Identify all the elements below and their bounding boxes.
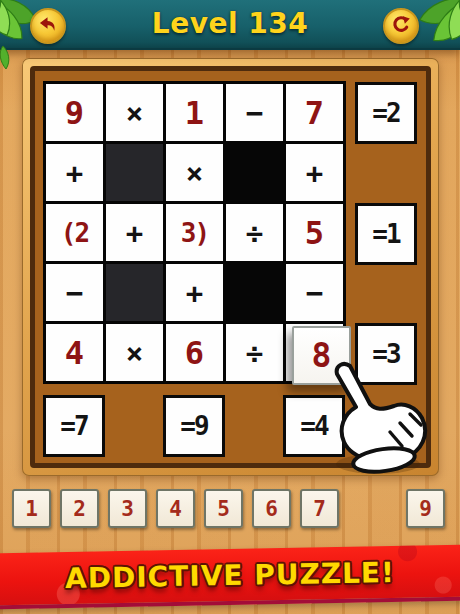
grid-cell-r1c2: × bbox=[106, 84, 163, 141]
grid-cell-r4c5: − bbox=[286, 264, 343, 321]
grid-cell-r1c5: 7 bbox=[286, 84, 343, 141]
tray-tile-1[interactable]: 1 bbox=[12, 489, 51, 528]
tray-tile-4[interactable]: 4 bbox=[156, 489, 195, 528]
dragged-tile-8[interactable]: 8 bbox=[292, 326, 351, 385]
restart-icon bbox=[390, 14, 412, 39]
grid-cell-r2c1: + bbox=[46, 144, 103, 201]
back-arrow-icon bbox=[37, 14, 59, 39]
board-frame: 9 × 1 − 7 + × + (2 + 3) ÷ 5 − + bbox=[22, 58, 439, 476]
grid-cell-r4c2-blocked bbox=[106, 264, 163, 321]
tray-tile-7[interactable]: 7 bbox=[300, 489, 339, 528]
back-button[interactable] bbox=[30, 8, 66, 44]
col3-result: =9 bbox=[163, 395, 225, 457]
tray-tile-3[interactable]: 3 bbox=[108, 489, 147, 528]
grid-cell-r4c4-blocked bbox=[226, 264, 283, 321]
grid-cell-r1c4: − bbox=[226, 84, 283, 141]
grid-cell-r2c2-blocked bbox=[106, 144, 163, 201]
grid-cell-r5c4: ÷ bbox=[226, 324, 283, 381]
tray-tile-9[interactable]: 9 bbox=[406, 489, 445, 528]
grid-cell-r3c4: ÷ bbox=[226, 204, 283, 261]
col5-result: =4 bbox=[283, 395, 345, 457]
grid-cell-r2c3: × bbox=[166, 144, 223, 201]
promo-banner-text: ADDICTIVE PUZZLE! bbox=[65, 555, 395, 594]
grid-cell-r1c1: 9 bbox=[46, 84, 103, 141]
tray-tile-6[interactable]: 6 bbox=[252, 489, 291, 528]
grid-cell-r2c4-blocked bbox=[226, 144, 283, 201]
game-screen: Level 134 bbox=[0, 0, 460, 614]
grid-cell-r5c1: 4 bbox=[46, 324, 103, 381]
promo-banner: ADDICTIVE PUZZLE! bbox=[0, 545, 460, 610]
row3-result: =1 bbox=[355, 203, 417, 265]
tray-tile-5[interactable]: 5 bbox=[204, 489, 243, 528]
grid-cell-r3c3: 3) bbox=[166, 204, 223, 261]
grid-cell-r5c2: × bbox=[106, 324, 163, 381]
restart-button[interactable] bbox=[383, 8, 419, 44]
grid-cell-r5c3: 6 bbox=[166, 324, 223, 381]
col1-result: =7 bbox=[43, 395, 105, 457]
tray-tile-2[interactable]: 2 bbox=[60, 489, 99, 528]
row5-result: =3 bbox=[355, 323, 417, 385]
grid-cell-r1c3: 1 bbox=[166, 84, 223, 141]
grid-cell-r3c5: 5 bbox=[286, 204, 343, 261]
grid-cell-r2c5: + bbox=[286, 144, 343, 201]
grid-cell-r3c1: (2 bbox=[46, 204, 103, 261]
grid-cell-r4c1: − bbox=[46, 264, 103, 321]
grid-cell-r4c3: + bbox=[166, 264, 223, 321]
row1-result: =2 bbox=[355, 82, 417, 144]
puzzle-board: 9 × 1 − 7 + × + (2 + 3) ÷ 5 − + bbox=[30, 66, 431, 468]
grid-cell-r3c2: + bbox=[106, 204, 163, 261]
